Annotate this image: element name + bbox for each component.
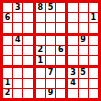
cell-r1c7[interactable] (68, 3, 77, 12)
cell-r5c9[interactable] (89, 46, 98, 55)
box-5: 261 (36, 36, 66, 66)
cell-r9c5[interactable]: 9 (46, 89, 55, 98)
cell-r6c7[interactable] (68, 56, 77, 65)
cell-r9c2[interactable] (13, 89, 22, 98)
cell-r1c8[interactable] (79, 3, 88, 12)
cell-r8c8[interactable] (79, 79, 88, 88)
cell-r8c6[interactable] (56, 79, 65, 88)
cell-r5c6[interactable]: 6 (56, 46, 65, 55)
box-4: 4 (3, 36, 33, 66)
cell-r3c7[interactable] (68, 23, 77, 32)
cell-r5c3[interactable] (23, 46, 32, 55)
box-1: 36 (3, 3, 33, 33)
cell-r7c5[interactable]: 7 (46, 68, 55, 77)
cell-r3c4[interactable] (36, 23, 45, 32)
cell-r4c3[interactable] (23, 36, 32, 45)
cell-r7c1[interactable] (3, 68, 12, 77)
cell-r1c3[interactable] (23, 3, 32, 12)
cell-r8c7[interactable]: 4 (68, 79, 77, 88)
cell-r3c1[interactable] (3, 23, 12, 32)
cell-r6c8[interactable] (79, 56, 88, 65)
cell-r6c2[interactable] (13, 56, 22, 65)
cell-r4c4[interactable] (36, 36, 45, 45)
cell-r6c4[interactable]: 1 (36, 56, 45, 65)
cell-r6c6[interactable] (56, 56, 65, 65)
cell-r5c8[interactable] (79, 46, 88, 55)
cell-r3c5[interactable] (46, 23, 55, 32)
cell-r4c9[interactable] (89, 36, 98, 45)
cell-r1c1[interactable] (3, 3, 12, 12)
cell-r1c4[interactable]: 8 (36, 3, 45, 12)
cell-r7c2[interactable] (13, 68, 22, 77)
cell-r9c9[interactable] (89, 89, 98, 98)
cell-r2c7[interactable] (68, 13, 77, 22)
box-8: 79 (36, 68, 66, 98)
cell-r4c8[interactable]: 9 (79, 36, 88, 45)
cell-r7c7[interactable]: 3 (68, 68, 77, 77)
cell-r1c6[interactable] (56, 3, 65, 12)
cell-r1c5[interactable]: 5 (46, 3, 55, 12)
cell-r7c6[interactable] (56, 68, 65, 77)
box-2: 85 (36, 3, 66, 33)
cell-r9c3[interactable] (23, 89, 32, 98)
cell-r9c1[interactable]: 2 (3, 89, 12, 98)
cell-r2c3[interactable] (23, 13, 32, 22)
cell-r5c5[interactable] (46, 46, 55, 55)
cell-r5c7[interactable] (68, 46, 77, 55)
cell-r9c6[interactable] (56, 89, 65, 98)
cell-r8c9[interactable] (89, 79, 98, 88)
cell-r7c8[interactable]: 5 (79, 68, 88, 77)
cell-r3c9[interactable] (89, 23, 98, 32)
cell-r3c3[interactable] (23, 23, 32, 32)
cell-r7c9[interactable] (89, 68, 98, 77)
cell-r2c4[interactable] (36, 13, 45, 22)
cell-r8c5[interactable] (46, 79, 55, 88)
box-3: 1 (68, 3, 98, 33)
box-7: 12 (3, 68, 33, 98)
cell-r5c4[interactable]: 2 (36, 46, 45, 55)
box-6: 9 (68, 36, 98, 66)
cell-r2c8[interactable] (79, 13, 88, 22)
cell-r6c9[interactable] (89, 56, 98, 65)
cell-r4c6[interactable] (56, 36, 65, 45)
cell-r3c6[interactable] (56, 23, 65, 32)
cell-r2c6[interactable] (56, 13, 65, 22)
cell-r5c1[interactable] (3, 46, 12, 55)
cell-r1c9[interactable] (89, 3, 98, 12)
cell-r6c5[interactable] (46, 56, 55, 65)
cell-r7c3[interactable] (23, 68, 32, 77)
cell-r9c4[interactable] (36, 89, 45, 98)
cell-r2c1[interactable]: 6 (3, 13, 12, 22)
sudoku-board: 36851426191279354 (0, 0, 101, 101)
cell-r6c3[interactable] (23, 56, 32, 65)
cell-r4c5[interactable] (46, 36, 55, 45)
cell-r5c2[interactable] (13, 46, 22, 55)
cell-r8c4[interactable] (36, 79, 45, 88)
cell-r8c1[interactable]: 1 (3, 79, 12, 88)
cell-r2c9[interactable]: 1 (89, 13, 98, 22)
cell-r8c2[interactable] (13, 79, 22, 88)
cell-r2c5[interactable] (46, 13, 55, 22)
cell-r2c2[interactable] (13, 13, 22, 22)
cell-r4c7[interactable] (68, 36, 77, 45)
cell-r1c2[interactable]: 3 (13, 3, 22, 12)
cell-r9c7[interactable] (68, 89, 77, 98)
cell-r4c2[interactable]: 4 (13, 36, 22, 45)
cell-r9c8[interactable] (79, 89, 88, 98)
cell-r4c1[interactable] (3, 36, 12, 45)
cell-r8c3[interactable] (23, 79, 32, 88)
cell-r7c4[interactable] (36, 68, 45, 77)
cell-r3c8[interactable] (79, 23, 88, 32)
cell-r3c2[interactable] (13, 23, 22, 32)
cell-r6c1[interactable] (3, 56, 12, 65)
box-9: 354 (68, 68, 98, 98)
